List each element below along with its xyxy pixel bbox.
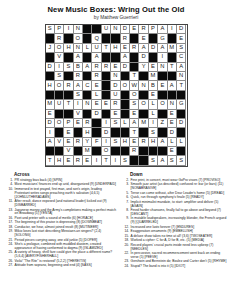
across-clue-10: 10.Immersed in text prayed, first man, a…	[6, 188, 116, 200]
grid-cell-r3c7: T	[102, 44, 111, 53]
grid-cell-r3c13: A	[158, 44, 167, 53]
grid-cell-r3c6: U	[92, 44, 101, 53]
grid-cell-r8c6: L	[92, 91, 101, 100]
grid-cell-r9c9	[121, 100, 130, 109]
grid-cell-r15c12: S	[149, 156, 158, 165]
grid-cell-r1c8: N	[111, 25, 120, 34]
grid-cell-r4c10	[130, 53, 139, 62]
grid-cell-r9c7: E	[102, 100, 111, 109]
page-title: New Music Boxes: Wring Out the Old	[2, 5, 230, 14]
grid-cell-r4c3	[64, 53, 73, 62]
clue-number: 24.	[122, 265, 129, 269]
grid-cell-r7c13: E	[158, 81, 167, 90]
grid-cell-r6c1	[46, 72, 55, 81]
grid-cell-r13c4: R	[74, 138, 83, 147]
down-header: Down	[130, 172, 228, 177]
grid-cell-r8c11	[139, 91, 148, 100]
grid-cell-r4c7	[102, 53, 111, 62]
grid-cell-r13c3: E	[64, 138, 73, 147]
grid-cell-r5c3: S	[64, 63, 73, 72]
grid-cell-r8c9	[121, 91, 130, 100]
grid-cell-r12c7: D	[102, 128, 111, 137]
grid-cell-r1c7: U	[102, 25, 111, 34]
grid-cell-r8c3	[64, 91, 73, 100]
grid-cell-r2c14	[168, 34, 177, 43]
grid-cell-r1c12: P	[149, 25, 158, 34]
grid-cell-r1c5	[83, 25, 92, 34]
grid-cell-r8c13	[158, 91, 167, 100]
grid-cell-r12c10: T	[130, 128, 139, 137]
grid-cell-r5c6: R	[92, 63, 101, 72]
grid-cell-r13c11: R	[139, 138, 148, 147]
grid-cell-r6c13	[158, 72, 167, 81]
grid-cell-r9c8: R	[111, 100, 120, 109]
grid-cell-r5c15: A	[177, 63, 186, 72]
grid-cell-r2c7	[102, 34, 111, 43]
grid-cell-r9c13: O	[158, 100, 167, 109]
grid-cell-r13c8: S	[111, 138, 120, 147]
grid-cell-r7c15: T	[177, 81, 186, 90]
grid-cell-r11c2: O	[55, 119, 64, 128]
grid-cell-r14c13	[158, 147, 167, 156]
grid-cell-r7c8: D	[111, 81, 120, 90]
grid-cell-r1c3: I	[64, 25, 73, 34]
grid-cell-r10c1: E	[46, 110, 55, 119]
clue-text: Attitude from soprano, beginning and end…	[15, 264, 116, 268]
grid-cell-r3c11: A	[139, 44, 148, 53]
grid-cell-r9c2: U	[55, 100, 64, 109]
clue-number: 19.	[6, 230, 13, 238]
grid-cell-r1c11: R	[139, 25, 148, 34]
grid-cell-r13c13: A	[158, 138, 167, 147]
grid-cell-r15c9: S	[121, 156, 130, 165]
grid-cell-r5c10	[130, 63, 139, 72]
grid-cell-r8c5	[83, 91, 92, 100]
grid-cell-r15c14: S	[168, 156, 177, 165]
across-clue-25: 25.A variety of heavy, shrill fare could…	[6, 251, 116, 259]
grid-cell-r14c15	[177, 147, 186, 156]
grid-cell-r14c12	[149, 147, 158, 156]
grid-cell-r15c15: S	[177, 156, 186, 165]
grid-cell-r10c15	[177, 110, 186, 119]
grid-cell-r15c3: E	[64, 156, 73, 165]
grid-cell-r15c13: A	[158, 156, 167, 165]
grid-cell-r11c12: I	[149, 119, 158, 128]
grid-cell-r3c15: S	[177, 44, 186, 53]
grid-cell-r13c15: L	[177, 138, 186, 147]
grid-cell-r11c6	[92, 119, 101, 128]
grid-cell-r7c11: N	[139, 81, 148, 90]
grid-cell-r4c1	[46, 53, 55, 62]
grid-cell-r9c5: N	[83, 100, 92, 109]
grid-cell-r14c8	[111, 147, 120, 156]
grid-cell-r15c1: T	[46, 156, 55, 165]
grid-cell-r14c10: R	[130, 147, 139, 156]
grid-cell-r4c6: A	[92, 53, 101, 62]
grid-cell-r4c9: A	[121, 53, 130, 62]
grid-cell-r14c7: O	[102, 147, 111, 156]
grid-cell-r13c5: Y	[83, 138, 92, 147]
grid-cell-r15c11	[139, 156, 148, 165]
grid-cell-r9c14: N	[168, 100, 177, 109]
grid-cell-r5c1: D	[46, 63, 55, 72]
grid-cell-r13c9: H	[121, 138, 130, 147]
grid-cell-r6c6: R	[92, 72, 101, 81]
across-clue-11: 11.After result, dance exposed (and nati…	[6, 200, 116, 208]
grid-cell-r11c11: M	[139, 119, 148, 128]
grid-cell-r10c3	[64, 110, 73, 119]
across-header: Across	[14, 172, 116, 177]
grid-cell-r11c13: Z	[158, 119, 167, 128]
byline: by Matthew Guerrieri	[0, 15, 232, 20]
grid-cell-r14c11	[139, 147, 148, 156]
grid-cell-r1c9: D	[121, 25, 130, 34]
grid-cell-r9c6: E	[92, 100, 101, 109]
grid-cell-r12c9	[121, 128, 130, 137]
grid-cell-r5c14: T	[168, 63, 177, 72]
grid-cell-r1c13: A	[158, 25, 167, 34]
grid-cell-r5c8: E	[111, 63, 120, 72]
grid-cell-r15c7: T	[102, 156, 111, 165]
grid-cell-r11c3: P	[64, 119, 73, 128]
grid-cell-r8c15	[177, 91, 186, 100]
grid-cell-r3c5: L	[83, 44, 92, 53]
grid-cell-r4c13: I	[158, 53, 167, 62]
grid-cell-r10c10: E	[130, 110, 139, 119]
grid-cell-r13c14: L	[168, 138, 177, 147]
grid-cell-r10c4: V	[74, 110, 83, 119]
grid-cell-r3c1: J	[46, 44, 55, 53]
grid-cell-r1c14: I	[168, 25, 177, 34]
grid-cell-r12c14: D	[168, 128, 177, 137]
grid-cell-r6c5	[83, 72, 92, 81]
grid-cell-r12c13	[158, 128, 167, 137]
grid-cell-r2c8	[111, 34, 120, 43]
grid-cell-r9c3: T	[64, 100, 73, 109]
grid-cell-r6c9	[121, 72, 130, 81]
grid-cell-r15c4: R	[74, 156, 83, 165]
grid-cell-r2c10	[130, 34, 139, 43]
grid-cell-r15c10	[130, 156, 139, 165]
grid-cell-r8c12: E	[149, 91, 158, 100]
grid-cell-r13c12: H	[149, 138, 158, 147]
grid-cell-r12c15	[177, 128, 186, 137]
across-clue-list: 1.PR strategy bias back (4) [SPIN]4.Most…	[6, 179, 116, 268]
grid-cell-r2c5	[83, 34, 92, 43]
grid-cell-r13c2: V	[55, 138, 64, 147]
down-clue-24: 24.Stupid? The band is into it (5) [IDIO…	[122, 265, 228, 269]
grid-cell-r6c14	[168, 72, 177, 81]
clue-text: Stupid? The band is into it (5) [IDIOT]	[131, 265, 228, 269]
grid-cell-r15c8: I	[111, 156, 120, 165]
grid-cell-r14c14: E	[168, 147, 177, 156]
grid-cell-r12c8	[111, 128, 120, 137]
grid-cell-r8c14	[168, 91, 177, 100]
grid-cell-r10c7	[102, 110, 111, 119]
grid-cell-r12c11	[139, 128, 148, 137]
grid-cell-r9c10: S	[130, 100, 139, 109]
grid-cell-r12c1: I	[46, 128, 55, 137]
grid-cell-r15c2: H	[55, 156, 64, 165]
grid-cell-r9c11: O	[139, 100, 148, 109]
grid-cell-r8c7	[102, 91, 111, 100]
down-clue-list: 2.Fine print, in concert, must wear GoPr…	[122, 179, 228, 269]
grid-cell-r10c8: E	[111, 110, 120, 119]
grid-cell-r5c2: I	[55, 63, 64, 72]
grid-cell-r3c9: E	[121, 44, 130, 53]
across-clue-19: 19.Mikio loses last start describing Mes…	[6, 230, 116, 238]
grid-cell-r14c6	[92, 147, 101, 156]
across-clues-column: Across 1.PR strategy bias back (4) [SPIN…	[6, 172, 116, 269]
grid-cell-r10c11	[139, 110, 148, 119]
grid-cell-r1c2: P	[55, 25, 64, 34]
across-clue-27: 27.Attitude from soprano, beginning and …	[6, 264, 116, 268]
grid-cell-r13c10: E	[130, 138, 139, 147]
grid-cell-r4c2: V	[55, 53, 64, 62]
grid-cell-r5c5: A	[83, 63, 92, 72]
grid-cell-r1c4: N	[74, 25, 83, 34]
grid-cell-r6c10: T	[130, 72, 139, 81]
grid-cell-r3c3: H	[64, 44, 73, 53]
grid-cell-r3c8: H	[111, 44, 120, 53]
grid-cell-r3c2: O	[55, 44, 64, 53]
grid-cell-r6c8: N	[111, 72, 120, 81]
grid-cell-r2c1	[46, 34, 55, 43]
grid-cell-r7c10: W	[130, 81, 139, 90]
grid-cell-r11c5: R	[83, 119, 92, 128]
grid-cell-r3c12: D	[149, 44, 158, 53]
grid-cell-r6c15: N	[177, 72, 186, 81]
grid-cell-r8c8: U	[111, 91, 120, 100]
grid-cell-r4c11: D	[139, 53, 148, 62]
grid-cell-r5c4: B	[74, 63, 83, 72]
grid-cell-r5c11: Y	[139, 63, 148, 72]
grid-cell-r13c1: A	[46, 138, 55, 147]
grid-cell-r7c12: B	[149, 81, 158, 90]
grid-cell-r14c3: V	[64, 147, 73, 156]
grid-cell-r11c10: A	[130, 119, 139, 128]
grid-cell-r11c4: E	[74, 119, 83, 128]
grid-cell-r4c4: A	[74, 53, 83, 62]
clue-text: A variety of heavy, shrill fare could gi…	[15, 251, 116, 259]
clue-number: 27.	[6, 264, 13, 268]
grid-cell-r15c5: E	[83, 156, 92, 165]
grid-cell-r2c3	[64, 34, 73, 43]
grid-cell-r7c1: H	[46, 81, 55, 90]
grid-cell-r6c12: M	[149, 72, 158, 81]
grid-cell-r6c2: S	[55, 72, 64, 81]
grid-cell-r4c8	[111, 53, 120, 62]
grid-cell-r6c11	[139, 72, 148, 81]
grid-cell-r11c14: E	[168, 119, 177, 128]
grid-cell-r8c1	[46, 91, 55, 100]
grid-cell-r10c13	[158, 110, 167, 119]
grid-cell-r3c14: M	[168, 44, 177, 53]
clue-text: Immersed in text prayed, first man, and …	[15, 188, 116, 200]
grid-cell-r7c2: O	[55, 81, 64, 90]
grid-cell-r10c2	[55, 110, 64, 119]
grid-cell-r15c6: I	[92, 156, 101, 165]
grid-cell-r6c4: R	[74, 72, 83, 81]
grid-cell-r3c10: R	[130, 44, 139, 53]
grid-cell-r2c9: R	[121, 34, 130, 43]
clue-number: 10.	[6, 188, 13, 200]
grid-cell-r1c6	[92, 25, 101, 34]
grid-cell-r11c1: D	[46, 119, 55, 128]
grid-cell-r5c9: D	[121, 63, 130, 72]
grid-cell-r14c9	[121, 147, 130, 156]
grid-cell-r10c12: L	[149, 110, 158, 119]
grid-cell-r2c13: G	[158, 34, 167, 43]
grid-cell-r2c11: E	[139, 34, 148, 43]
grid-cell-r12c4	[74, 128, 83, 137]
grid-cell-r5c12: E	[149, 63, 158, 72]
grid-cell-r7c9: O	[121, 81, 130, 90]
clue-text: After result, dance exposed (and nationa…	[15, 200, 116, 208]
grid-cell-r9c4: I	[74, 100, 83, 109]
grid-cell-r12c12: S	[149, 128, 158, 137]
grid-cell-r8c4: S	[74, 91, 83, 100]
grid-cell-r12c3: E	[64, 128, 73, 137]
grid-cell-r3c4: N	[74, 44, 83, 53]
down-clues-column: Down 2.Fine print, in concert, must wear…	[122, 172, 228, 269]
grid-cell-r5c7: R	[102, 63, 111, 72]
grid-cell-r4c5	[83, 53, 92, 62]
grid-cell-r1c1: S	[46, 25, 55, 34]
grid-cell-r12c2	[55, 128, 64, 137]
grid-cell-r1c10: E	[130, 25, 139, 34]
grid-cell-r7c4: A	[74, 81, 83, 90]
grid-cell-r12c5: H	[83, 128, 92, 137]
grid-cell-r8c10: O	[130, 91, 139, 100]
grid-cell-r10c14: E	[168, 110, 177, 119]
grid-cell-r11c8: S	[111, 119, 120, 128]
grid-cell-r14c1	[46, 147, 55, 156]
grid-cell-r13c7: I	[102, 138, 111, 147]
clue-number: 25.	[6, 251, 13, 259]
grid-cell-r7c6: E	[92, 81, 101, 90]
grid-cell-r4c15: C	[177, 53, 186, 62]
grid-cell-r8c2	[55, 91, 64, 100]
grid-cell-r4c14	[168, 53, 177, 62]
grid-cell-r6c3	[64, 72, 73, 81]
grid-cell-r6c7	[102, 72, 111, 81]
grid-cell-r11c7: I	[102, 119, 111, 128]
grid-cell-r5c13: N	[158, 63, 167, 72]
grid-cell-r11c9: L	[121, 119, 130, 128]
grid-cell-r9c12: L	[149, 100, 158, 109]
grid-cell-r7c3: R	[64, 81, 73, 90]
grid-cell-r2c6: Q	[92, 34, 101, 43]
crossword-grid: SPINUNDERPAIDROQREGEJOHNLUTHERADAMSVAAAD…	[45, 24, 188, 167]
grid-cell-r2c2: R	[55, 34, 64, 43]
grid-cell-r9c15: G	[177, 100, 186, 109]
grid-cell-r10c6: D	[92, 110, 101, 119]
grid-cell-r13c6: F	[92, 138, 101, 147]
grid-cell-r1c15: D	[177, 25, 186, 34]
grid-cell-r7c14: A	[168, 81, 177, 90]
grid-cell-r14c5: M	[83, 147, 92, 156]
grid-cell-r4c12	[149, 53, 158, 62]
grid-cell-r10c5	[83, 110, 92, 119]
grid-cell-r11c15: D	[177, 119, 186, 128]
clue-text: Mikio loses last start describing Messia…	[15, 230, 116, 238]
grid-cell-r2c4: O	[74, 34, 83, 43]
grid-cell-r10c9	[121, 110, 130, 119]
grid-cell-r12c6	[92, 128, 101, 137]
grid-cell-r2c12	[149, 34, 158, 43]
grid-cell-r14c2	[55, 147, 64, 156]
grid-cell-r14c4	[74, 147, 83, 156]
grid-cell-r7c7	[102, 81, 111, 90]
clue-lists: Across 1.PR strategy bias back (4) [SPIN…	[6, 172, 230, 269]
clue-number: 11.	[6, 200, 13, 208]
grid-cell-r2c15: E	[177, 34, 186, 43]
grid-cell-r7c5: C	[83, 81, 92, 90]
grid-cell-r9c1: M	[46, 100, 55, 109]
